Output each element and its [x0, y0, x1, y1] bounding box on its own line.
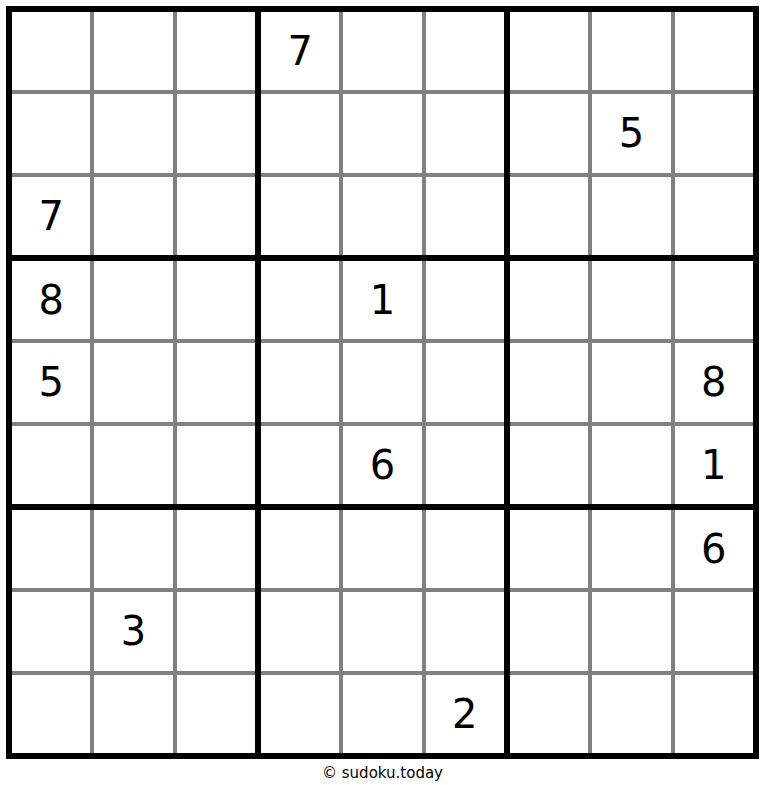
cell-r1c3[interactable]: [177, 12, 255, 90]
cell-r2c9[interactable]: [675, 94, 753, 172]
cell-r8c9[interactable]: [675, 592, 753, 670]
cell-r8c2[interactable]: 3: [94, 592, 172, 670]
cell-r9c9[interactable]: [675, 675, 753, 753]
cell-r2c4[interactable]: [261, 94, 339, 172]
cell-r5c5[interactable]: [343, 343, 421, 421]
cell-r1c7[interactable]: [510, 12, 588, 90]
box-8: 2: [261, 510, 504, 753]
cell-r7c3[interactable]: [177, 510, 255, 588]
cell-r4c3[interactable]: [177, 261, 255, 339]
cell-r2c1[interactable]: [12, 94, 90, 172]
cell-r3c4[interactable]: [261, 177, 339, 255]
cell-r5c4[interactable]: [261, 343, 339, 421]
cell-r5c6[interactable]: [426, 343, 504, 421]
box-4: 85: [12, 261, 255, 504]
cell-r1c1[interactable]: [12, 12, 90, 90]
cell-r6c5[interactable]: 6: [343, 426, 421, 504]
cell-r5c7[interactable]: [510, 343, 588, 421]
cell-r3c5[interactable]: [343, 177, 421, 255]
cell-r7c2[interactable]: [94, 510, 172, 588]
cell-r4c7[interactable]: [510, 261, 588, 339]
cell-r4c2[interactable]: [94, 261, 172, 339]
cell-r2c5[interactable]: [343, 94, 421, 172]
cell-r5c3[interactable]: [177, 343, 255, 421]
cell-r8c8[interactable]: [592, 592, 670, 670]
box-7: 3: [12, 510, 255, 753]
cell-r3c3[interactable]: [177, 177, 255, 255]
cell-r7c7[interactable]: [510, 510, 588, 588]
cell-r9c1[interactable]: [12, 675, 90, 753]
cell-r4c5[interactable]: 1: [343, 261, 421, 339]
cell-r8c7[interactable]: [510, 592, 588, 670]
cell-r1c9[interactable]: [675, 12, 753, 90]
cell-r2c6[interactable]: [426, 94, 504, 172]
cell-r7c8[interactable]: [592, 510, 670, 588]
cell-r4c6[interactable]: [426, 261, 504, 339]
cell-r8c3[interactable]: [177, 592, 255, 670]
box-2: 7: [261, 12, 504, 255]
cell-r7c5[interactable]: [343, 510, 421, 588]
cell-r9c3[interactable]: [177, 675, 255, 753]
cell-r5c2[interactable]: [94, 343, 172, 421]
cell-r7c9[interactable]: 6: [675, 510, 753, 588]
cell-r6c6[interactable]: [426, 426, 504, 504]
cell-r6c1[interactable]: [12, 426, 90, 504]
cell-r9c6[interactable]: 2: [426, 675, 504, 753]
cell-r6c9[interactable]: 1: [675, 426, 753, 504]
cell-r8c1[interactable]: [12, 592, 90, 670]
cell-r6c3[interactable]: [177, 426, 255, 504]
cell-r2c3[interactable]: [177, 94, 255, 172]
cell-r9c8[interactable]: [592, 675, 670, 753]
cell-r9c2[interactable]: [94, 675, 172, 753]
cell-r4c8[interactable]: [592, 261, 670, 339]
cell-r5c8[interactable]: [592, 343, 670, 421]
cell-r5c1[interactable]: 5: [12, 343, 90, 421]
cell-r6c8[interactable]: [592, 426, 670, 504]
cell-r8c5[interactable]: [343, 592, 421, 670]
cell-r9c5[interactable]: [343, 675, 421, 753]
cell-r8c4[interactable]: [261, 592, 339, 670]
cell-r4c4[interactable]: [261, 261, 339, 339]
cell-r4c9[interactable]: [675, 261, 753, 339]
cell-r3c1[interactable]: 7: [12, 177, 90, 255]
cell-r2c7[interactable]: [510, 94, 588, 172]
box-3: 5: [510, 12, 753, 255]
cell-r3c6[interactable]: [426, 177, 504, 255]
cell-r5c9[interactable]: 8: [675, 343, 753, 421]
box-1: 7: [12, 12, 255, 255]
cell-r4c1[interactable]: 8: [12, 261, 90, 339]
cell-r7c1[interactable]: [12, 510, 90, 588]
box-5: 16: [261, 261, 504, 504]
cell-r9c4[interactable]: [261, 675, 339, 753]
box-6: 81: [510, 261, 753, 504]
cell-r1c8[interactable]: [592, 12, 670, 90]
sudoku-board: 7 7 5 85 16 81 3 2 6: [6, 6, 759, 759]
cell-r3c2[interactable]: [94, 177, 172, 255]
cell-r2c2[interactable]: [94, 94, 172, 172]
cell-r3c7[interactable]: [510, 177, 588, 255]
cell-r6c4[interactable]: [261, 426, 339, 504]
cell-r8c6[interactable]: [426, 592, 504, 670]
cell-r6c2[interactable]: [94, 426, 172, 504]
cell-r1c6[interactable]: [426, 12, 504, 90]
cell-r3c8[interactable]: [592, 177, 670, 255]
cell-r1c2[interactable]: [94, 12, 172, 90]
cell-r6c7[interactable]: [510, 426, 588, 504]
copyright-credit: © sudoku.today: [0, 762, 765, 785]
cell-r2c8[interactable]: 5: [592, 94, 670, 172]
cell-r7c4[interactable]: [261, 510, 339, 588]
cell-r7c6[interactable]: [426, 510, 504, 588]
cell-r9c7[interactable]: [510, 675, 588, 753]
cell-r1c4[interactable]: 7: [261, 12, 339, 90]
box-9: 6: [510, 510, 753, 753]
cell-r1c5[interactable]: [343, 12, 421, 90]
cell-r3c9[interactable]: [675, 177, 753, 255]
